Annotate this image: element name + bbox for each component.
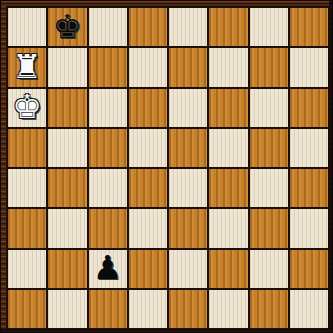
square-a4[interactable] [8, 169, 46, 207]
square-c7[interactable] [89, 48, 127, 86]
square-f6[interactable] [209, 89, 247, 127]
chess-board-frame: ♚♜♚♟ [0, 0, 333, 333]
square-d6[interactable] [129, 89, 167, 127]
square-f8[interactable] [209, 8, 247, 46]
square-d3[interactable] [129, 209, 167, 247]
square-c3[interactable] [89, 209, 127, 247]
square-c2[interactable]: ♟ [89, 250, 127, 288]
square-h7[interactable] [290, 48, 328, 86]
square-d4[interactable] [129, 169, 167, 207]
square-h1[interactable] [290, 290, 328, 328]
square-e2[interactable] [169, 250, 207, 288]
square-h2[interactable] [290, 250, 328, 288]
square-e5[interactable] [169, 129, 207, 167]
square-c5[interactable] [89, 129, 127, 167]
square-c4[interactable] [89, 169, 127, 207]
square-g7[interactable] [250, 48, 288, 86]
square-b7[interactable] [48, 48, 86, 86]
piece-white-king[interactable]: ♚ [12, 90, 42, 123]
square-b3[interactable] [48, 209, 86, 247]
square-e4[interactable] [169, 169, 207, 207]
square-f1[interactable] [209, 290, 247, 328]
square-d5[interactable] [129, 129, 167, 167]
square-c1[interactable] [89, 290, 127, 328]
square-a8[interactable] [8, 8, 46, 46]
square-e7[interactable] [169, 48, 207, 86]
square-e8[interactable] [169, 8, 207, 46]
piece-white-rook[interactable]: ♜ [12, 50, 42, 83]
square-e6[interactable] [169, 89, 207, 127]
square-g4[interactable] [250, 169, 288, 207]
piece-black-pawn[interactable]: ♟ [93, 251, 123, 284]
square-g5[interactable] [250, 129, 288, 167]
square-b1[interactable] [48, 290, 86, 328]
square-f2[interactable] [209, 250, 247, 288]
square-h3[interactable] [290, 209, 328, 247]
square-d2[interactable] [129, 250, 167, 288]
square-a7[interactable]: ♜ [8, 48, 46, 86]
square-f7[interactable] [209, 48, 247, 86]
square-a5[interactable] [8, 129, 46, 167]
square-d8[interactable] [129, 8, 167, 46]
square-g6[interactable] [250, 89, 288, 127]
square-b8[interactable]: ♚ [48, 8, 86, 46]
square-d7[interactable] [129, 48, 167, 86]
square-b4[interactable] [48, 169, 86, 207]
square-g1[interactable] [250, 290, 288, 328]
square-f5[interactable] [209, 129, 247, 167]
square-e1[interactable] [169, 290, 207, 328]
chess-board: ♚♜♚♟ [6, 6, 330, 330]
square-b5[interactable] [48, 129, 86, 167]
square-f4[interactable] [209, 169, 247, 207]
square-a6[interactable]: ♚ [8, 89, 46, 127]
square-f3[interactable] [209, 209, 247, 247]
square-h8[interactable] [290, 8, 328, 46]
square-b2[interactable] [48, 250, 86, 288]
square-e3[interactable] [169, 209, 207, 247]
square-g8[interactable] [250, 8, 288, 46]
square-a1[interactable] [8, 290, 46, 328]
square-a3[interactable] [8, 209, 46, 247]
square-b6[interactable] [48, 89, 86, 127]
square-h5[interactable] [290, 129, 328, 167]
square-g3[interactable] [250, 209, 288, 247]
square-a2[interactable] [8, 250, 46, 288]
square-c6[interactable] [89, 89, 127, 127]
square-c8[interactable] [89, 8, 127, 46]
square-h6[interactable] [290, 89, 328, 127]
square-g2[interactable] [250, 250, 288, 288]
square-h4[interactable] [290, 169, 328, 207]
square-d1[interactable] [129, 290, 167, 328]
piece-black-king[interactable]: ♚ [53, 10, 83, 43]
